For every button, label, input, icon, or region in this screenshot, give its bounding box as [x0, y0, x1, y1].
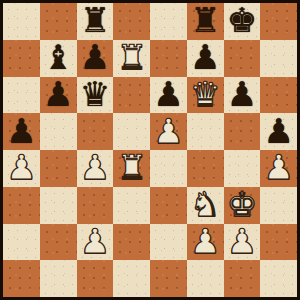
white-pawn[interactable]: ♟ [80, 150, 110, 184]
white-pawn[interactable]: ♟ [153, 114, 183, 148]
black-pawn[interactable]: ♟ [153, 77, 183, 111]
square-a8[interactable] [3, 3, 40, 40]
square-a7[interactable] [3, 40, 40, 77]
square-g7[interactable] [224, 40, 261, 77]
square-d3[interactable] [113, 187, 150, 224]
square-b3[interactable] [40, 187, 77, 224]
square-b8[interactable] [40, 3, 77, 40]
square-f4[interactable] [187, 150, 224, 187]
square-b6[interactable]: ♟ [40, 77, 77, 114]
square-a4[interactable]: ♟ [3, 150, 40, 187]
white-pawn[interactable]: ♟ [190, 224, 220, 258]
square-g8[interactable]: ♚ [224, 3, 261, 40]
square-d5[interactable] [113, 113, 150, 150]
square-e1[interactable] [150, 260, 187, 297]
square-e8[interactable] [150, 3, 187, 40]
square-g6[interactable]: ♟ [224, 77, 261, 114]
square-e6[interactable]: ♟ [150, 77, 187, 114]
square-f2[interactable]: ♟ [187, 224, 224, 261]
square-a2[interactable] [3, 224, 40, 261]
square-c2[interactable]: ♟ [77, 224, 114, 261]
square-h8[interactable] [260, 3, 297, 40]
square-a6[interactable] [3, 77, 40, 114]
square-g5[interactable] [224, 113, 261, 150]
white-rook[interactable]: ♜ [116, 40, 146, 74]
chess-board-frame: ♜♜♚♝♟♜♟♟♛♟♛♟♟♟♟♟♟♜♟♞♚♟♟♟ [0, 0, 300, 300]
square-d4[interactable]: ♜ [113, 150, 150, 187]
white-pawn[interactable]: ♟ [227, 224, 257, 258]
square-d2[interactable] [113, 224, 150, 261]
square-b2[interactable] [40, 224, 77, 261]
square-f7[interactable]: ♟ [187, 40, 224, 77]
square-e4[interactable] [150, 150, 187, 187]
square-f5[interactable] [187, 113, 224, 150]
black-pawn[interactable]: ♟ [80, 40, 110, 74]
square-b5[interactable] [40, 113, 77, 150]
square-h6[interactable] [260, 77, 297, 114]
square-f6[interactable]: ♛ [187, 77, 224, 114]
square-d6[interactable] [113, 77, 150, 114]
black-rook[interactable]: ♜ [80, 3, 110, 37]
white-king[interactable]: ♚ [227, 187, 257, 221]
black-king[interactable]: ♚ [227, 3, 257, 37]
black-bishop[interactable]: ♝ [43, 40, 73, 74]
square-h3[interactable] [260, 187, 297, 224]
square-d8[interactable] [113, 3, 150, 40]
white-pawn[interactable]: ♟ [6, 150, 36, 184]
square-c6[interactable]: ♛ [77, 77, 114, 114]
square-c3[interactable] [77, 187, 114, 224]
square-e5[interactable]: ♟ [150, 113, 187, 150]
square-g3[interactable]: ♚ [224, 187, 261, 224]
black-pawn[interactable]: ♟ [190, 40, 220, 74]
black-pawn[interactable]: ♟ [6, 114, 36, 148]
square-g2[interactable]: ♟ [224, 224, 261, 261]
square-f1[interactable] [187, 260, 224, 297]
square-d7[interactable]: ♜ [113, 40, 150, 77]
square-c5[interactable] [77, 113, 114, 150]
chess-board: ♜♜♚♝♟♜♟♟♛♟♛♟♟♟♟♟♟♜♟♞♚♟♟♟ [3, 3, 297, 297]
square-b1[interactable] [40, 260, 77, 297]
square-f8[interactable]: ♜ [187, 3, 224, 40]
square-d1[interactable] [113, 260, 150, 297]
square-b7[interactable]: ♝ [40, 40, 77, 77]
black-pawn[interactable]: ♟ [227, 77, 257, 111]
square-h7[interactable] [260, 40, 297, 77]
square-h2[interactable] [260, 224, 297, 261]
square-e2[interactable] [150, 224, 187, 261]
square-h4[interactable]: ♟ [260, 150, 297, 187]
square-e3[interactable] [150, 187, 187, 224]
square-c4[interactable]: ♟ [77, 150, 114, 187]
square-a5[interactable]: ♟ [3, 113, 40, 150]
square-a3[interactable] [3, 187, 40, 224]
black-queen[interactable]: ♛ [80, 77, 110, 111]
white-knight[interactable]: ♞ [190, 187, 220, 221]
black-pawn[interactable]: ♟ [43, 77, 73, 111]
white-rook[interactable]: ♜ [116, 150, 146, 184]
square-a1[interactable] [3, 260, 40, 297]
white-pawn[interactable]: ♟ [263, 150, 293, 184]
black-pawn[interactable]: ♟ [263, 114, 293, 148]
square-b4[interactable] [40, 150, 77, 187]
square-f3[interactable]: ♞ [187, 187, 224, 224]
white-pawn[interactable]: ♟ [80, 224, 110, 258]
square-c7[interactable]: ♟ [77, 40, 114, 77]
square-c1[interactable] [77, 260, 114, 297]
square-g4[interactable] [224, 150, 261, 187]
square-g1[interactable] [224, 260, 261, 297]
black-rook[interactable]: ♜ [190, 3, 220, 37]
square-h1[interactable] [260, 260, 297, 297]
square-h5[interactable]: ♟ [260, 113, 297, 150]
square-e7[interactable] [150, 40, 187, 77]
white-queen[interactable]: ♛ [190, 77, 220, 111]
square-c8[interactable]: ♜ [77, 3, 114, 40]
